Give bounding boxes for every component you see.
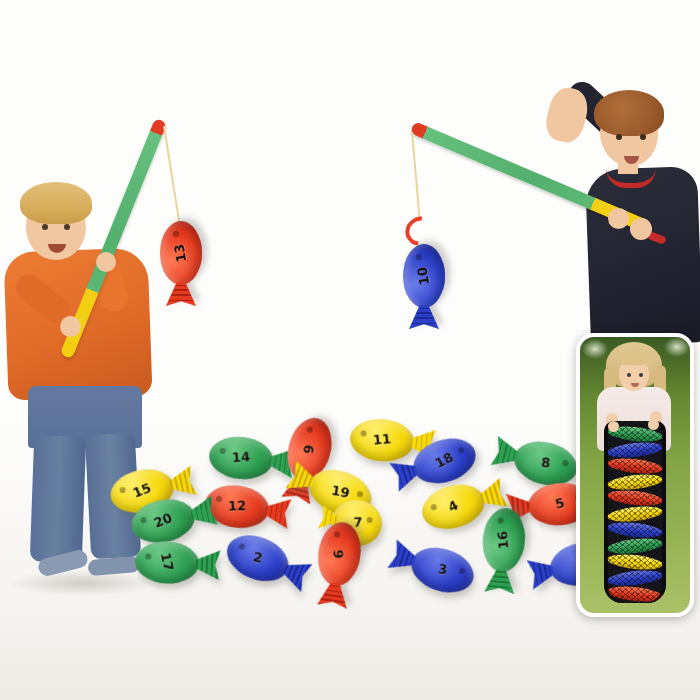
girl-eye bbox=[639, 373, 643, 377]
boy-right-eye bbox=[640, 134, 646, 140]
fish-tail bbox=[484, 568, 516, 595]
mesh-overlay bbox=[604, 421, 666, 603]
fish-number-label: 12 bbox=[215, 498, 259, 515]
fishing-line-right bbox=[411, 132, 421, 220]
fish-13[interactable]: 13 bbox=[160, 221, 202, 305]
boy-right-jacket bbox=[585, 166, 700, 346]
sky-patch bbox=[582, 339, 608, 359]
inset-photo-storage-bag bbox=[576, 333, 694, 617]
fish-tail bbox=[409, 305, 439, 329]
fish-tail bbox=[166, 282, 196, 306]
fish-number-label: 14 bbox=[219, 448, 264, 466]
sky-patch bbox=[664, 337, 690, 357]
girl-hand bbox=[608, 421, 619, 432]
boy-right-hand bbox=[608, 208, 629, 229]
fish-10[interactable]: 10 bbox=[403, 244, 445, 328]
girl-hand bbox=[648, 419, 659, 430]
boy-left-hand bbox=[60, 316, 81, 337]
boy-left-hair bbox=[20, 182, 92, 224]
boy-left-leg bbox=[30, 435, 86, 563]
fishing-line-left bbox=[163, 126, 181, 226]
mesh-storage-bag bbox=[604, 421, 666, 603]
product-photo-scene: 1310 111498181519451220716217613 bbox=[0, 0, 700, 700]
boy-right-hand bbox=[630, 218, 652, 240]
fish-17[interactable]: 17 bbox=[134, 540, 220, 586]
boy-left-hand bbox=[96, 252, 116, 272]
girl-eye bbox=[627, 373, 631, 377]
fish-number-label: 6 bbox=[330, 532, 347, 576]
fish-16[interactable]: 16 bbox=[478, 506, 527, 593]
boy-right-eye bbox=[616, 134, 622, 140]
fish-tail bbox=[195, 549, 221, 580]
boy-left-eye bbox=[42, 224, 48, 230]
girl-bangs bbox=[617, 351, 651, 365]
fish-number-label: 8 bbox=[523, 454, 568, 472]
boy-left-eye bbox=[64, 224, 70, 230]
boy-right-hair bbox=[594, 90, 664, 136]
